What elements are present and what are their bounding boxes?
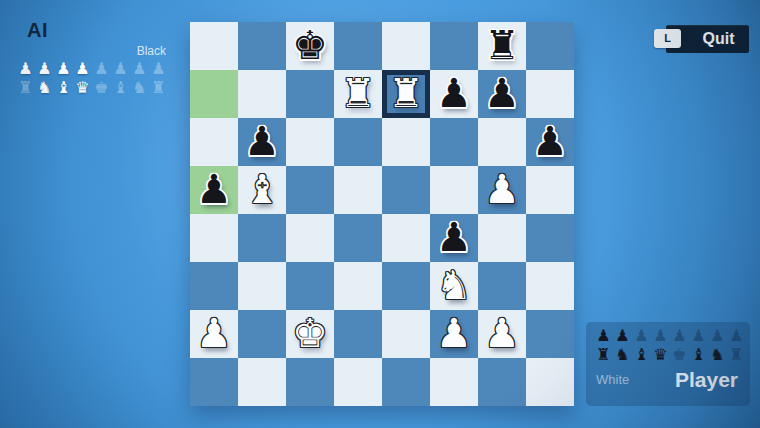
- square-d2[interactable]: [334, 310, 382, 358]
- square-d6[interactable]: [334, 118, 382, 166]
- piece-black-pawn: ♟: [478, 70, 526, 118]
- square-g1[interactable]: [478, 358, 526, 406]
- square-e5[interactable]: [382, 166, 430, 214]
- square-g3[interactable]: [478, 262, 526, 310]
- square-a8[interactable]: [190, 22, 238, 70]
- captured-black-pieces-row: ♜♞♝♛♚♝♞♜: [594, 346, 746, 364]
- piece-white-bishop: ♝: [238, 166, 286, 214]
- square-f7[interactable]: ♟: [430, 70, 478, 118]
- captured-icon-black-pawn: ♟: [708, 327, 727, 345]
- captured-icon-white-pawn: ♟: [92, 60, 111, 78]
- piece-white-knight: ♞: [430, 262, 478, 310]
- square-d4[interactable]: [334, 214, 382, 262]
- square-e3[interactable]: [382, 262, 430, 310]
- captured-white-pieces-row: ♜♞♝♛♚♝♞♜: [16, 79, 168, 97]
- square-f2[interactable]: ♟: [430, 310, 478, 358]
- captured-icon-white-bishop: ♝: [54, 79, 73, 97]
- square-d1[interactable]: [334, 358, 382, 406]
- square-h5[interactable]: [526, 166, 574, 214]
- black-side-label: Black: [100, 44, 166, 58]
- piece-white-king: ♚: [286, 310, 334, 358]
- square-b6[interactable]: ♟: [238, 118, 286, 166]
- square-f5[interactable]: [430, 166, 478, 214]
- square-a6[interactable]: [190, 118, 238, 166]
- captured-icon-black-pawn: ♟: [727, 327, 746, 345]
- chess-board: ♚♜♜♜♟♟♟♟♟♝♟♟♞♟♚♟♟: [190, 22, 574, 406]
- square-g2[interactable]: ♟: [478, 310, 526, 358]
- captured-icon-white-bishop: ♝: [111, 79, 130, 97]
- captured-black-pawns-row: ♟♟♟♟♟♟♟♟: [594, 327, 746, 345]
- square-b1[interactable]: [238, 358, 286, 406]
- captured-icon-white-pawn: ♟: [149, 60, 168, 78]
- piece-black-pawn: ♟: [430, 214, 478, 262]
- square-b3[interactable]: [238, 262, 286, 310]
- square-e2[interactable]: [382, 310, 430, 358]
- square-a3[interactable]: [190, 262, 238, 310]
- piece-black-king: ♚: [286, 22, 334, 70]
- piece-white-pawn: ♟: [478, 166, 526, 214]
- square-f4[interactable]: ♟: [430, 214, 478, 262]
- square-b4[interactable]: [238, 214, 286, 262]
- captured-icon-black-pawn: ♟: [594, 327, 613, 345]
- square-e1[interactable]: [382, 358, 430, 406]
- captured-white-pawns-row: ♟♟♟♟♟♟♟♟: [16, 60, 168, 78]
- captured-icon-white-pawn: ♟: [16, 60, 35, 78]
- captured-icon-white-knight: ♞: [130, 79, 149, 97]
- square-a1[interactable]: [190, 358, 238, 406]
- square-b2[interactable]: [238, 310, 286, 358]
- captured-icon-black-bishop: ♝: [632, 346, 651, 364]
- square-d3[interactable]: [334, 262, 382, 310]
- captured-icon-black-pawn: ♟: [689, 327, 708, 345]
- piece-black-pawn: ♟: [430, 70, 478, 118]
- square-h3[interactable]: [526, 262, 574, 310]
- captured-icon-black-bishop: ♝: [689, 346, 708, 364]
- piece-white-rook: ♜: [382, 70, 430, 118]
- captured-icon-black-queen: ♛: [651, 346, 670, 364]
- piece-black-pawn: ♟: [190, 166, 238, 214]
- game-screen: AI Black ♟♟♟♟♟♟♟♟ ♜♞♝♛♚♝♞♜ ♚♜♜♜♟♟♟♟♟♝♟♟♞…: [0, 0, 760, 428]
- square-h1[interactable]: [526, 358, 574, 406]
- square-f6[interactable]: [430, 118, 478, 166]
- square-c8[interactable]: ♚: [286, 22, 334, 70]
- square-h6[interactable]: ♟: [526, 118, 574, 166]
- white-side-label: White: [596, 372, 629, 387]
- square-c2[interactable]: ♚: [286, 310, 334, 358]
- square-h7[interactable]: [526, 70, 574, 118]
- square-c1[interactable]: [286, 358, 334, 406]
- captured-icon-black-pawn: ♟: [651, 327, 670, 345]
- player-name-label: Player: [675, 368, 738, 392]
- square-f8[interactable]: [430, 22, 478, 70]
- square-h8[interactable]: [526, 22, 574, 70]
- square-e8[interactable]: [382, 22, 430, 70]
- captured-icon-white-pawn: ♟: [35, 60, 54, 78]
- piece-white-pawn: ♟: [190, 310, 238, 358]
- captured-icon-white-knight: ♞: [35, 79, 54, 97]
- captured-icon-black-rook: ♜: [727, 346, 746, 364]
- piece-white-rook: ♜: [334, 70, 382, 118]
- captured-icon-black-knight: ♞: [708, 346, 727, 364]
- square-d7[interactable]: ♜: [334, 70, 382, 118]
- square-e6[interactable]: [382, 118, 430, 166]
- square-d5[interactable]: [334, 166, 382, 214]
- square-h4[interactable]: [526, 214, 574, 262]
- square-f1[interactable]: [430, 358, 478, 406]
- player-panel: ♟♟♟♟♟♟♟♟ ♜♞♝♛♚♝♞♜ White Player: [586, 322, 750, 406]
- square-a2[interactable]: ♟: [190, 310, 238, 358]
- piece-black-rook: ♜: [478, 22, 526, 70]
- square-e4[interactable]: [382, 214, 430, 262]
- captured-icon-white-pawn: ♟: [73, 60, 92, 78]
- square-c5[interactable]: [286, 166, 334, 214]
- square-e7[interactable]: ♜: [382, 70, 430, 118]
- captured-icon-white-queen: ♛: [73, 79, 92, 97]
- ai-name-label: AI: [27, 19, 48, 42]
- square-g6[interactable]: [478, 118, 526, 166]
- square-f3[interactable]: ♞: [430, 262, 478, 310]
- square-g7[interactable]: ♟: [478, 70, 526, 118]
- captured-icon-black-pawn: ♟: [613, 327, 632, 345]
- piece-white-pawn: ♟: [430, 310, 478, 358]
- square-c6[interactable]: [286, 118, 334, 166]
- piece-black-pawn: ♟: [238, 118, 286, 166]
- captured-icon-black-rook: ♜: [594, 346, 613, 364]
- square-h2[interactable]: [526, 310, 574, 358]
- captured-icon-white-pawn: ♟: [111, 60, 130, 78]
- square-b5[interactable]: ♝: [238, 166, 286, 214]
- captured-icon-white-pawn: ♟: [130, 60, 149, 78]
- square-g5[interactable]: ♟: [478, 166, 526, 214]
- square-d8[interactable]: [334, 22, 382, 70]
- piece-white-pawn: ♟: [478, 310, 526, 358]
- square-g8[interactable]: ♜: [478, 22, 526, 70]
- captured-icon-white-rook: ♜: [149, 79, 168, 97]
- square-c4[interactable]: [286, 214, 334, 262]
- square-b8[interactable]: [238, 22, 286, 70]
- square-b7[interactable]: [238, 70, 286, 118]
- captured-icon-black-king: ♚: [670, 346, 689, 364]
- square-a4[interactable]: [190, 214, 238, 262]
- piece-black-pawn: ♟: [526, 118, 574, 166]
- square-c7[interactable]: [286, 70, 334, 118]
- captured-icon-black-pawn: ♟: [632, 327, 651, 345]
- captured-icon-white-pawn: ♟: [54, 60, 73, 78]
- captured-icon-black-knight: ♞: [613, 346, 632, 364]
- quit-button-label: Quit: [688, 25, 749, 53]
- square-c3[interactable]: [286, 262, 334, 310]
- captured-icon-black-pawn: ♟: [670, 327, 689, 345]
- square-g4[interactable]: [478, 214, 526, 262]
- l-shoulder-key-icon: L: [654, 29, 681, 48]
- square-a5[interactable]: ♟: [190, 166, 238, 214]
- captured-icon-white-rook: ♜: [16, 79, 35, 97]
- square-a7[interactable]: [190, 70, 238, 118]
- captured-icon-white-king: ♚: [92, 79, 111, 97]
